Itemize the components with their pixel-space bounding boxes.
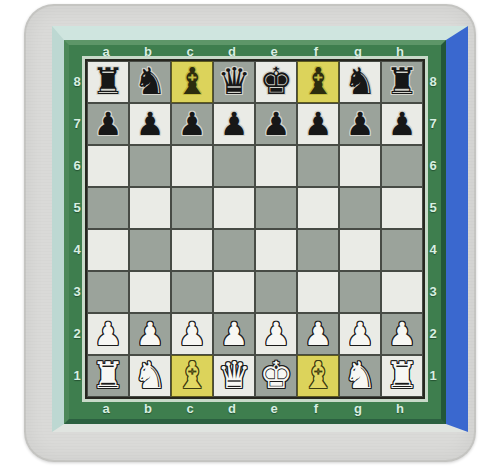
piece-black-rook[interactable]: ♜ [385, 62, 418, 102]
square-c8[interactable]: ♝ [171, 61, 213, 103]
file-label-top-g: g [337, 45, 379, 59]
square-h4[interactable] [381, 229, 423, 271]
square-g7[interactable]: ♟ [339, 103, 381, 145]
square-g5[interactable] [339, 187, 381, 229]
square-e5[interactable] [255, 187, 297, 229]
square-a3[interactable] [87, 271, 129, 313]
file-label-top-b: b [127, 45, 169, 59]
square-g2[interactable]: ♟ [339, 313, 381, 355]
square-c5[interactable] [171, 187, 213, 229]
file-labels-top: abcdefgh [69, 45, 441, 59]
square-b1[interactable]: ♞ [129, 355, 171, 397]
piece-white-pawn[interactable]: ♟ [178, 316, 207, 352]
piece-white-rook[interactable]: ♜ [385, 356, 418, 396]
rank-label-left-2: 2 [69, 313, 85, 355]
square-e3[interactable] [255, 271, 297, 313]
piece-white-pawn[interactable]: ♟ [304, 316, 333, 352]
file-label-bottom-b: b [127, 402, 169, 416]
piece-black-pawn[interactable]: ♟ [304, 106, 333, 142]
square-c6[interactable] [171, 145, 213, 187]
piece-black-rook[interactable]: ♜ [91, 62, 124, 102]
square-f1[interactable]: ♝ [297, 355, 339, 397]
square-e2[interactable]: ♟ [255, 313, 297, 355]
piece-black-bishop[interactable]: ♝ [175, 62, 208, 102]
board-frame: abcdefgh 87654321 ♜♞♝♛♚♝♞♜♟♟♟♟♟♟♟♟♟♟♟♟♟♟… [64, 40, 446, 424]
square-d7[interactable]: ♟ [213, 103, 255, 145]
file-label-bottom-c: c [169, 402, 211, 416]
square-b7[interactable]: ♟ [129, 103, 171, 145]
rank-label-right-2: 2 [425, 313, 441, 355]
square-f5[interactable] [297, 187, 339, 229]
square-b2[interactable]: ♟ [129, 313, 171, 355]
rank-label-right-3: 3 [425, 271, 441, 313]
piece-black-pawn[interactable]: ♟ [136, 106, 165, 142]
square-d5[interactable] [213, 187, 255, 229]
square-h2[interactable]: ♟ [381, 313, 423, 355]
square-f6[interactable] [297, 145, 339, 187]
square-b4[interactable] [129, 229, 171, 271]
square-h6[interactable] [381, 145, 423, 187]
square-a8[interactable]: ♜ [87, 61, 129, 103]
piece-white-pawn[interactable]: ♟ [346, 316, 375, 352]
square-g6[interactable] [339, 145, 381, 187]
square-h7[interactable]: ♟ [381, 103, 423, 145]
square-d1[interactable]: ♛ [213, 355, 255, 397]
file-label-top-h: h [379, 45, 421, 59]
rank-label-left-6: 6 [69, 145, 85, 187]
square-f3[interactable] [297, 271, 339, 313]
file-label-top-f: f [295, 45, 337, 59]
mousepad: abcdefgh 87654321 ♜♞♝♛♚♝♞♜♟♟♟♟♟♟♟♟♟♟♟♟♟♟… [24, 4, 476, 462]
square-a2[interactable]: ♟ [87, 313, 129, 355]
piece-black-pawn[interactable]: ♟ [94, 106, 123, 142]
rank-label-left-1: 1 [69, 355, 85, 397]
board-mat-border: abcdefgh 87654321 ♜♞♝♛♚♝♞♜♟♟♟♟♟♟♟♟♟♟♟♟♟♟… [52, 26, 468, 432]
square-b6[interactable] [129, 145, 171, 187]
square-g4[interactable] [339, 229, 381, 271]
rank-label-left-8: 8 [69, 61, 85, 103]
square-g1[interactable]: ♞ [339, 355, 381, 397]
square-d4[interactable] [213, 229, 255, 271]
rank-label-right-6: 6 [425, 145, 441, 187]
rank-label-right-1: 1 [425, 355, 441, 397]
piece-white-rook[interactable]: ♜ [91, 356, 124, 396]
square-f7[interactable]: ♟ [297, 103, 339, 145]
square-b8[interactable]: ♞ [129, 61, 171, 103]
rank-label-right-8: 8 [425, 61, 441, 103]
file-label-top-d: d [211, 45, 253, 59]
square-d3[interactable] [213, 271, 255, 313]
rank-labels-right: 87654321 [425, 59, 441, 399]
file-label-bottom-a: a [85, 402, 127, 416]
square-a5[interactable] [87, 187, 129, 229]
square-a7[interactable]: ♟ [87, 103, 129, 145]
piece-black-bishop[interactable]: ♝ [301, 62, 334, 102]
rank-label-right-4: 4 [425, 229, 441, 271]
rank-labels-left: 87654321 [69, 59, 85, 399]
square-b3[interactable] [129, 271, 171, 313]
file-label-bottom-d: d [211, 402, 253, 416]
piece-white-knight[interactable]: ♞ [343, 356, 376, 396]
square-h1[interactable]: ♜ [381, 355, 423, 397]
square-e4[interactable] [255, 229, 297, 271]
square-h3[interactable] [381, 271, 423, 313]
square-a4[interactable] [87, 229, 129, 271]
file-label-top-c: c [169, 45, 211, 59]
square-c2[interactable]: ♟ [171, 313, 213, 355]
rank-label-right-7: 7 [425, 103, 441, 145]
square-h5[interactable] [381, 187, 423, 229]
file-label-top-e: e [253, 45, 295, 59]
piece-white-pawn[interactable]: ♟ [220, 316, 249, 352]
square-c3[interactable] [171, 271, 213, 313]
piece-black-pawn[interactable]: ♟ [388, 106, 417, 142]
rank-label-right-5: 5 [425, 187, 441, 229]
square-d2[interactable]: ♟ [213, 313, 255, 355]
piece-white-pawn[interactable]: ♟ [94, 316, 123, 352]
piece-white-bishop[interactable]: ♝ [301, 356, 334, 396]
square-g3[interactable] [339, 271, 381, 313]
piece-black-pawn[interactable]: ♟ [220, 106, 249, 142]
square-b5[interactable] [129, 187, 171, 229]
piece-black-knight[interactable]: ♞ [343, 62, 376, 102]
square-a6[interactable] [87, 145, 129, 187]
screenshot-stage: abcdefgh 87654321 ♜♞♝♛♚♝♞♜♟♟♟♟♟♟♟♟♟♟♟♟♟♟… [0, 0, 500, 466]
square-a1[interactable]: ♜ [87, 355, 129, 397]
rank-label-left-4: 4 [69, 229, 85, 271]
piece-white-pawn[interactable]: ♟ [262, 316, 291, 352]
square-e6[interactable] [255, 145, 297, 187]
piece-black-pawn[interactable]: ♟ [178, 106, 207, 142]
file-label-top-a: a [85, 45, 127, 59]
piece-black-pawn[interactable]: ♟ [262, 106, 291, 142]
file-label-bottom-g: g [337, 402, 379, 416]
rank-label-left-7: 7 [69, 103, 85, 145]
square-h8[interactable]: ♜ [381, 61, 423, 103]
piece-black-pawn[interactable]: ♟ [346, 106, 375, 142]
square-c7[interactable]: ♟ [171, 103, 213, 145]
piece-white-pawn[interactable]: ♟ [136, 316, 165, 352]
piece-white-pawn[interactable]: ♟ [388, 316, 417, 352]
square-d6[interactable] [213, 145, 255, 187]
square-f4[interactable] [297, 229, 339, 271]
square-g8[interactable]: ♞ [339, 61, 381, 103]
rank-label-left-5: 5 [69, 187, 85, 229]
chessboard: ♜♞♝♛♚♝♞♜♟♟♟♟♟♟♟♟♟♟♟♟♟♟♟♟♜♞♝♛♚♝♞♜ [85, 59, 425, 399]
piece-white-king[interactable]: ♚ [259, 356, 292, 396]
square-e1[interactable]: ♚ [255, 355, 297, 397]
file-label-bottom-h: h [379, 402, 421, 416]
piece-white-knight[interactable]: ♞ [133, 356, 166, 396]
square-f2[interactable]: ♟ [297, 313, 339, 355]
square-c1[interactable]: ♝ [171, 355, 213, 397]
square-f8[interactable]: ♝ [297, 61, 339, 103]
square-d8[interactable]: ♛ [213, 61, 255, 103]
file-label-bottom-e: e [253, 402, 295, 416]
square-e7[interactable]: ♟ [255, 103, 297, 145]
square-e8[interactable]: ♚ [255, 61, 297, 103]
piece-black-queen[interactable]: ♛ [217, 62, 250, 102]
piece-black-knight[interactable]: ♞ [133, 62, 166, 102]
file-label-bottom-f: f [295, 402, 337, 416]
piece-white-bishop[interactable]: ♝ [175, 356, 208, 396]
piece-white-queen[interactable]: ♛ [217, 356, 250, 396]
square-c4[interactable] [171, 229, 213, 271]
file-labels-bottom: abcdefgh [69, 399, 441, 419]
rank-label-left-3: 3 [69, 271, 85, 313]
piece-black-king[interactable]: ♚ [259, 62, 292, 102]
